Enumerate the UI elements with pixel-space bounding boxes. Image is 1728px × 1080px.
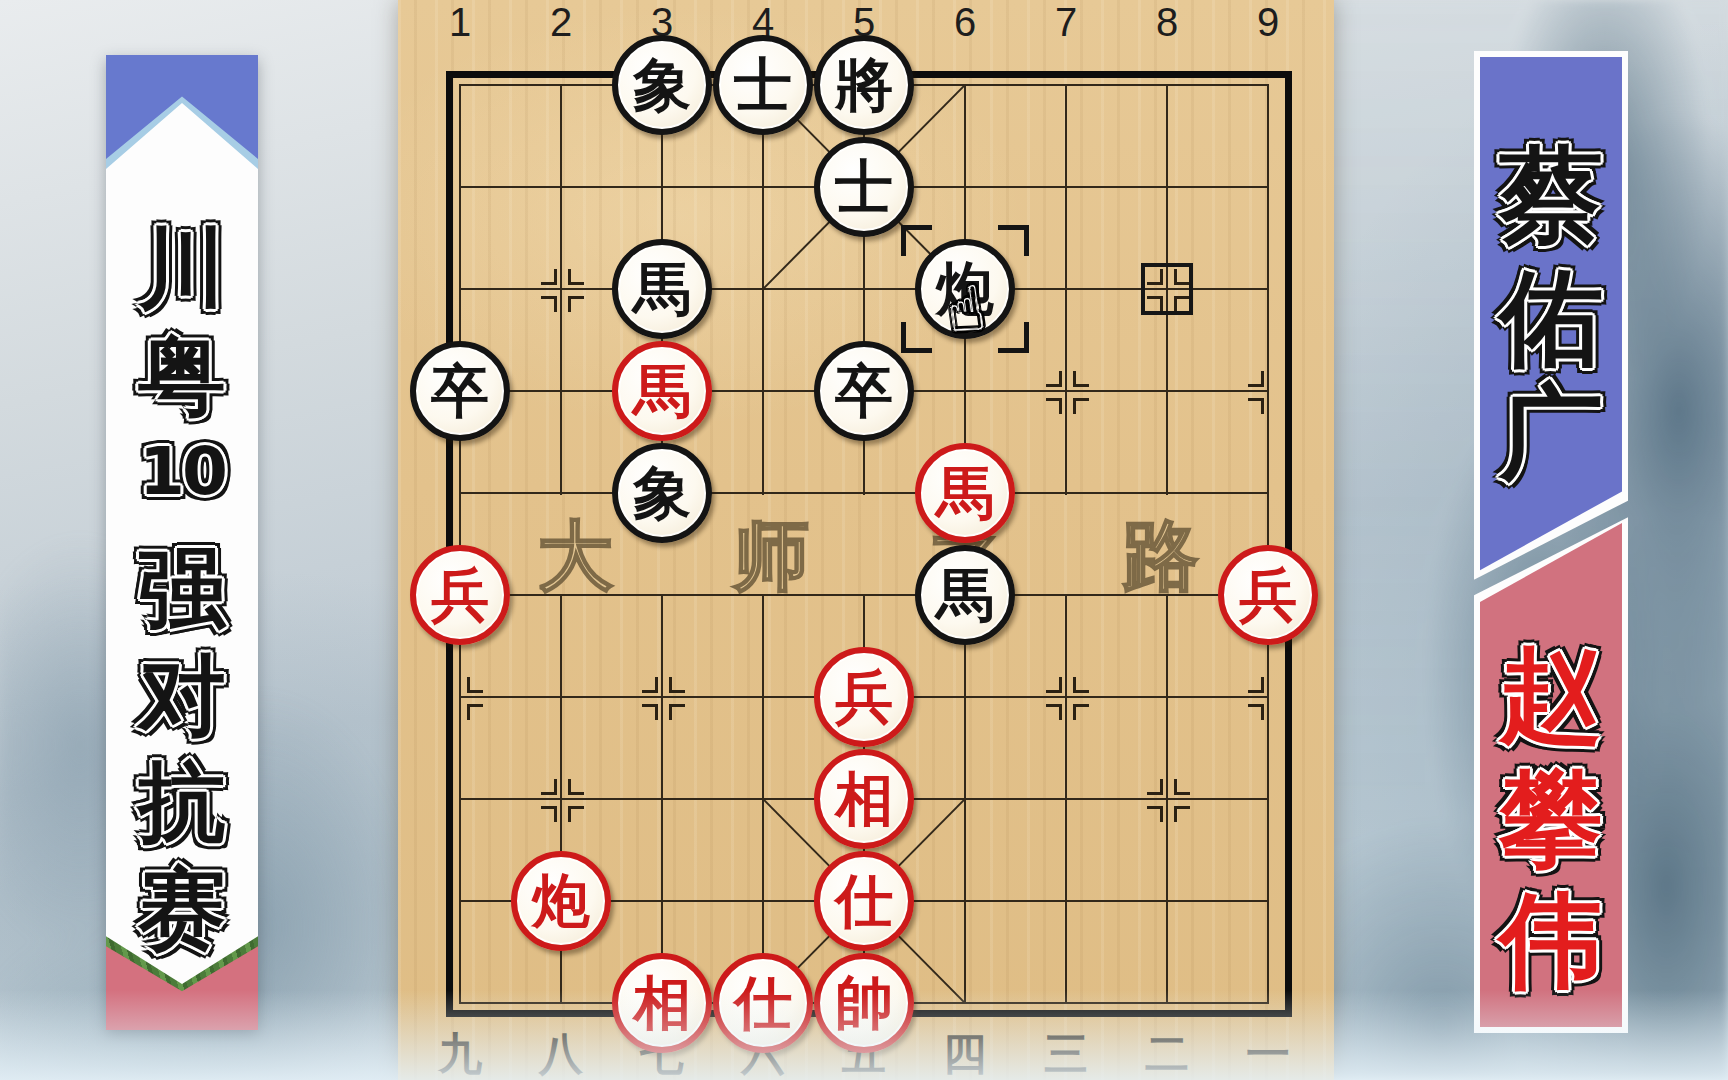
point-marker-corner <box>1174 779 1190 795</box>
piece-red-馬-file6[interactable]: 馬 <box>915 443 1015 543</box>
grid-vline <box>459 85 461 1003</box>
player-bottom-name-char: 伟 <box>1480 888 1622 992</box>
river-text-char: 师 <box>716 506 826 609</box>
piece-black-象-file3[interactable]: 象 <box>612 443 712 543</box>
event-title-char: 强 <box>106 545 258 633</box>
event-banner: 川粤10强对抗赛 <box>106 55 258 1030</box>
top-file-label: 2 <box>531 0 591 44</box>
river-text-char: 路 <box>1106 506 1216 609</box>
piece-black-將-file5[interactable]: 將 <box>814 35 914 135</box>
point-marker-corner <box>568 779 584 795</box>
point-marker-corner <box>1073 371 1089 387</box>
point-marker-corner <box>541 269 557 285</box>
top-file-label: 8 <box>1137 0 1197 44</box>
point-marker-corner <box>669 677 685 693</box>
point-marker-corner <box>568 296 584 312</box>
top-file-label: 7 <box>1036 0 1096 44</box>
grid-vline <box>1267 85 1269 1003</box>
piece-red-馬-file3[interactable]: 馬 <box>612 341 712 441</box>
piece-red-仕-file5[interactable]: 仕 <box>814 851 914 951</box>
player-top-name-char: 佑 <box>1480 266 1622 370</box>
fog-overlay <box>0 990 1728 1080</box>
point-marker-corner <box>467 677 483 693</box>
selection-bracket-corner <box>901 225 932 256</box>
point-marker-corner <box>541 806 557 822</box>
point-marker-corner <box>1174 806 1190 822</box>
point-marker-corner <box>1147 806 1163 822</box>
river-text-char: 大 <box>520 506 630 609</box>
top-file-label: 1 <box>430 0 490 44</box>
piece-red-相-file5[interactable]: 相 <box>814 749 914 849</box>
piece-black-士-file4[interactable]: 士 <box>713 35 813 135</box>
top-file-label: 6 <box>935 0 995 44</box>
grid-vline <box>1166 595 1168 1003</box>
piece-black-馬-file6[interactable]: 馬 <box>915 545 1015 645</box>
point-marker-corner <box>1147 779 1163 795</box>
player-top-name-char: 广 <box>1480 381 1622 485</box>
point-marker-corner <box>568 269 584 285</box>
top-file-label: 9 <box>1238 0 1298 44</box>
grid-vline <box>560 85 562 495</box>
piece-red-兵-file1[interactable]: 兵 <box>410 545 510 645</box>
point-marker-corner <box>1073 677 1089 693</box>
player-top-name-char: 蔡 <box>1480 143 1622 247</box>
point-marker-corner <box>1073 704 1089 720</box>
piece-red-炮-file2[interactable]: 炮 <box>511 851 611 951</box>
piece-red-兵-file9[interactable]: 兵 <box>1218 545 1318 645</box>
selection-bracket-corner <box>998 225 1029 256</box>
point-marker-corner <box>1248 371 1264 387</box>
point-marker-corner <box>1046 371 1062 387</box>
point-marker-corner <box>642 677 658 693</box>
point-marker-corner <box>1046 677 1062 693</box>
piece-black-卒-file1[interactable]: 卒 <box>410 341 510 441</box>
point-marker-corner <box>541 779 557 795</box>
event-title-char: 抗 <box>106 758 258 846</box>
selection-bracket-corner <box>998 322 1029 353</box>
point-marker-corner <box>568 806 584 822</box>
grid-vline <box>1065 85 1067 495</box>
event-title-char: 粤 <box>106 332 258 420</box>
selection-bracket-corner <box>901 322 932 353</box>
point-marker-corner <box>1046 704 1062 720</box>
piece-black-士-file5[interactable]: 士 <box>814 137 914 237</box>
point-marker-corner <box>541 296 557 312</box>
piece-black-馬-file3[interactable]: 馬 <box>612 239 712 339</box>
point-marker-corner <box>1248 704 1264 720</box>
player-bottom-name-char: 赵 <box>1480 643 1622 747</box>
point-marker-corner <box>1073 398 1089 414</box>
point-marker-corner <box>1248 398 1264 414</box>
piece-black-卒-file5[interactable]: 卒 <box>814 341 914 441</box>
grid-vline <box>1065 595 1067 1003</box>
point-marker-corner <box>1046 398 1062 414</box>
grid-vline <box>661 595 663 1003</box>
point-marker-corner <box>467 704 483 720</box>
piece-red-兵-file5[interactable]: 兵 <box>814 647 914 747</box>
event-title-char: 10 <box>106 439 258 505</box>
point-marker-corner <box>669 704 685 720</box>
event-title-char: 赛 <box>106 865 258 953</box>
event-title-char: 川 <box>106 225 258 313</box>
player-bottom-name-char: 攀 <box>1480 766 1622 870</box>
last-move-origin-marker <box>1141 263 1193 315</box>
app-screenshot: 大师之路 123456789九八七六五四三二一 象士將士馬炮卒馬卒象馬兵馬兵兵相… <box>0 0 1728 1080</box>
event-title-char: 对 <box>106 652 258 740</box>
piece-black-象-file3[interactable]: 象 <box>612 35 712 135</box>
point-marker-corner <box>642 704 658 720</box>
point-marker-corner <box>1248 677 1264 693</box>
